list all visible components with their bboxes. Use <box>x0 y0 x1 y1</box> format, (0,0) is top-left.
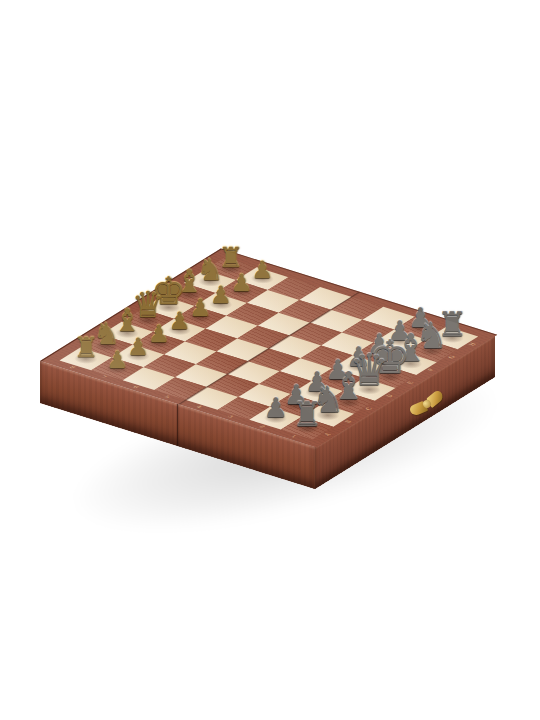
piece-glyph: ♜ <box>73 334 98 362</box>
rank-label-3: 3 <box>226 415 234 419</box>
piece-glyph: ♟ <box>107 348 129 372</box>
rank-label-1: 1 <box>290 435 298 439</box>
rank-label-6: 6 <box>131 385 139 389</box>
file-label-e: E <box>406 381 415 385</box>
file-label-c: C <box>364 407 373 411</box>
piece-glyph: ♟ <box>169 309 191 333</box>
rank-label-8: 8 <box>68 365 76 369</box>
piece-glyph: ♜ <box>292 397 322 431</box>
file-label-b: B <box>344 420 353 424</box>
piece-glyph: ♟ <box>127 335 149 359</box>
file-label-a: A <box>323 433 332 437</box>
file-label-f: F <box>427 368 436 372</box>
chess-set-photo: ♜♞♝♚♛♝♞♜♟♟♟♟♟♟♟♟♟♟♟♟♟♟♟♟♜♞♝♚♛♝♞♜ 8765432… <box>0 0 540 720</box>
file-label-d: D <box>385 394 394 398</box>
rank-label-2: 2 <box>258 425 266 429</box>
file-label-h: H <box>468 342 478 346</box>
fold-seam-side <box>177 404 178 446</box>
piece-glyph: ♟ <box>263 394 287 421</box>
piece-glyph: ♟ <box>210 283 232 307</box>
rank-label-7: 7 <box>100 375 108 379</box>
rank-label-5: 5 <box>163 395 171 399</box>
piece-glyph: ♟ <box>252 258 274 282</box>
piece-glyph: ♟ <box>231 271 253 295</box>
piece-glyph: ♟ <box>189 296 211 320</box>
rank-label-4: 4 <box>195 405 203 409</box>
piece-glyph: ♟ <box>148 322 170 346</box>
file-label-g: G <box>447 355 456 359</box>
